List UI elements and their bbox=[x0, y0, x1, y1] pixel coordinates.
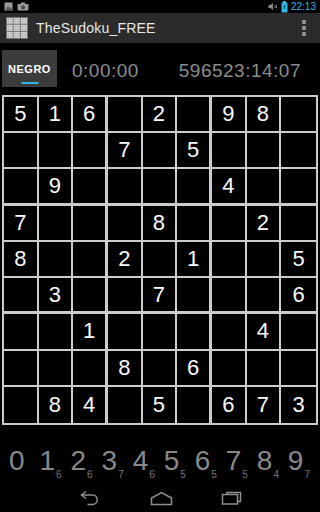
numpad-remaining-count: 5 bbox=[180, 469, 186, 480]
numpad-5[interactable]: 55 bbox=[164, 446, 186, 476]
cell-r7c5[interactable] bbox=[143, 314, 178, 350]
cell-r3c8[interactable] bbox=[247, 169, 282, 205]
cell-r4c6[interactable] bbox=[177, 206, 212, 242]
total-time-counter: 596523:14:07 bbox=[179, 60, 301, 82]
cell-r5c2[interactable] bbox=[39, 242, 74, 278]
tab-active-underline bbox=[21, 82, 38, 84]
overflow-menu-icon[interactable] bbox=[298, 16, 310, 40]
navigation-bar bbox=[0, 484, 320, 512]
cell-r5c1[interactable]: 8 bbox=[4, 242, 39, 278]
cell-r2c5[interactable] bbox=[143, 133, 178, 169]
numpad-digit: 0 bbox=[9, 446, 25, 476]
numpad-digit: 5 bbox=[164, 446, 180, 476]
cell-r2c2[interactable] bbox=[39, 133, 74, 169]
numpad-6[interactable]: 65 bbox=[195, 446, 217, 476]
camera-icon bbox=[17, 2, 29, 11]
photo-icon bbox=[4, 2, 13, 11]
cell-r1c5[interactable]: 2 bbox=[143, 97, 178, 133]
cell-r7c7[interactable] bbox=[212, 314, 247, 350]
cell-r6c8[interactable] bbox=[247, 278, 282, 314]
cell-r7c2[interactable] bbox=[39, 314, 74, 350]
cell-r9c7[interactable]: 6 bbox=[212, 387, 247, 423]
cell-r9c8[interactable]: 7 bbox=[247, 387, 282, 423]
numpad-remaining-count: 4 bbox=[273, 469, 279, 480]
number-pad: 0162637465565758497 bbox=[0, 438, 320, 484]
numpad-digit: 8 bbox=[257, 446, 273, 476]
cell-r8c2[interactable] bbox=[39, 351, 74, 387]
cell-r2c8[interactable] bbox=[247, 133, 282, 169]
cell-r6c2[interactable]: 3 bbox=[39, 278, 74, 314]
cell-r5c9[interactable]: 5 bbox=[281, 242, 316, 278]
cell-r3c2[interactable]: 9 bbox=[39, 169, 74, 205]
cell-r7c1[interactable] bbox=[4, 314, 39, 350]
numpad-9[interactable]: 97 bbox=[288, 446, 310, 476]
numpad-digit: 4 bbox=[133, 446, 149, 476]
numpad-8[interactable]: 84 bbox=[257, 446, 279, 476]
numpad-2[interactable]: 26 bbox=[71, 446, 93, 476]
elapsed-timer: 0:00:00 bbox=[72, 60, 139, 82]
numpad-remaining-count: 5 bbox=[211, 469, 217, 480]
numpad-digit: 3 bbox=[102, 446, 118, 476]
tab-label: NEGRO bbox=[8, 63, 51, 75]
cell-r4c4[interactable] bbox=[108, 206, 143, 242]
cell-r7c4[interactable] bbox=[108, 314, 143, 350]
numpad-remaining-count: 5 bbox=[242, 469, 248, 480]
cell-r6c6[interactable] bbox=[177, 278, 212, 314]
cell-r6c3[interactable] bbox=[73, 278, 108, 314]
cell-r4c8[interactable]: 2 bbox=[247, 206, 282, 242]
cell-r7c3[interactable]: 1 bbox=[73, 314, 108, 350]
numpad-1[interactable]: 16 bbox=[39, 446, 61, 476]
cell-r2c1[interactable] bbox=[4, 133, 39, 169]
cell-r4c9[interactable] bbox=[281, 206, 316, 242]
numpad-remaining-count: 7 bbox=[118, 469, 124, 480]
home-button[interactable] bbox=[150, 491, 173, 506]
cell-r2c6[interactable]: 5 bbox=[177, 133, 212, 169]
cell-r6c7[interactable] bbox=[212, 278, 247, 314]
cell-r1c6[interactable] bbox=[177, 97, 212, 133]
numpad-digit: 9 bbox=[288, 446, 304, 476]
cell-r8c3[interactable] bbox=[73, 351, 108, 387]
numpad-digit: 7 bbox=[226, 446, 242, 476]
mute-icon bbox=[268, 2, 278, 11]
cell-r5c7[interactable] bbox=[212, 242, 247, 278]
cell-r9c4[interactable] bbox=[108, 387, 143, 423]
cell-r5c8[interactable] bbox=[247, 242, 282, 278]
numpad-digit: 6 bbox=[195, 446, 211, 476]
battery-icon bbox=[281, 1, 288, 13]
system-status-area: 22:13 bbox=[268, 0, 316, 13]
page-title: TheSudoku_FREE bbox=[36, 20, 156, 36]
numpad-4[interactable]: 46 bbox=[133, 446, 155, 476]
cell-r7c8[interactable]: 4 bbox=[247, 314, 282, 350]
cell-r2c7[interactable] bbox=[212, 133, 247, 169]
numpad-digit: 2 bbox=[71, 446, 87, 476]
cell-r9c1[interactable] bbox=[4, 387, 39, 423]
cell-r9c6[interactable] bbox=[177, 387, 212, 423]
cell-r9c2[interactable]: 8 bbox=[39, 387, 74, 423]
numpad-0[interactable]: 0 bbox=[9, 446, 31, 476]
numpad-3[interactable]: 37 bbox=[102, 446, 124, 476]
cell-r3c7[interactable]: 4 bbox=[212, 169, 247, 205]
cell-r3c4[interactable] bbox=[108, 169, 143, 205]
back-button[interactable] bbox=[78, 490, 102, 507]
cell-r8c7[interactable] bbox=[212, 351, 247, 387]
cell-r1c3[interactable]: 6 bbox=[73, 97, 108, 133]
cell-r1c8[interactable]: 8 bbox=[247, 97, 282, 133]
cell-r2c3[interactable] bbox=[73, 133, 108, 169]
cell-r1c9[interactable] bbox=[281, 97, 316, 133]
tab-row: NEGRO 0:00:00 596523:14:07 bbox=[0, 48, 320, 93]
cell-r3c3[interactable] bbox=[73, 169, 108, 205]
cell-r6c9[interactable]: 6 bbox=[281, 278, 316, 314]
cell-r3c5[interactable] bbox=[143, 169, 178, 205]
cell-r1c2[interactable]: 1 bbox=[39, 97, 74, 133]
cell-r6c1[interactable] bbox=[4, 278, 39, 314]
cell-r5c6[interactable]: 1 bbox=[177, 242, 212, 278]
cell-r1c7[interactable]: 9 bbox=[212, 97, 247, 133]
cell-r4c2[interactable] bbox=[39, 206, 74, 242]
sudoku-board: 516298759478282153761486845673 bbox=[2, 95, 318, 425]
cell-r7c6[interactable] bbox=[177, 314, 212, 350]
numpad-remaining-count: 6 bbox=[56, 469, 62, 480]
cell-r4c7[interactable] bbox=[212, 206, 247, 242]
cell-r6c4[interactable] bbox=[108, 278, 143, 314]
cell-r5c4[interactable]: 2 bbox=[108, 242, 143, 278]
title-bar: TheSudoku_FREE bbox=[0, 13, 320, 43]
cell-r8c4[interactable]: 8 bbox=[108, 351, 143, 387]
cell-r7c9[interactable] bbox=[281, 314, 316, 350]
cell-r8c8[interactable] bbox=[247, 351, 282, 387]
cell-r5c5[interactable] bbox=[143, 242, 178, 278]
recents-button[interactable] bbox=[221, 491, 242, 506]
cell-r8c9[interactable] bbox=[281, 351, 316, 387]
cell-r8c1[interactable] bbox=[4, 351, 39, 387]
clock: 22:13 bbox=[291, 0, 316, 13]
cell-r9c3[interactable]: 4 bbox=[73, 387, 108, 423]
cell-r3c9[interactable] bbox=[281, 169, 316, 205]
notification-area bbox=[4, 2, 29, 11]
numpad-remaining-count: 6 bbox=[149, 469, 155, 480]
cell-r8c5[interactable] bbox=[143, 351, 178, 387]
cell-r4c5[interactable]: 8 bbox=[143, 206, 178, 242]
cell-r4c1[interactable]: 7 bbox=[4, 206, 39, 242]
tab-negro[interactable]: NEGRO bbox=[2, 50, 57, 87]
app-icon bbox=[6, 17, 28, 39]
numpad-digit: 1 bbox=[39, 446, 55, 476]
cell-r6c5[interactable]: 7 bbox=[143, 278, 178, 314]
cell-r4c3[interactable] bbox=[73, 206, 108, 242]
cell-r8c6[interactable]: 6 bbox=[177, 351, 212, 387]
cell-r1c4[interactable] bbox=[108, 97, 143, 133]
cell-r5c3[interactable] bbox=[73, 242, 108, 278]
cell-r1c1[interactable]: 5 bbox=[4, 97, 39, 133]
cell-r9c5[interactable]: 5 bbox=[143, 387, 178, 423]
cell-r2c4[interactable]: 7 bbox=[108, 133, 143, 169]
numpad-remaining-count: 6 bbox=[87, 469, 93, 480]
cell-r9c9[interactable]: 3 bbox=[281, 387, 316, 423]
numpad-7[interactable]: 75 bbox=[226, 446, 248, 476]
cell-r3c6[interactable] bbox=[177, 169, 212, 205]
numpad-remaining-count: 7 bbox=[304, 469, 310, 480]
cell-r2c9[interactable] bbox=[281, 133, 316, 169]
status-bar: 22:13 bbox=[0, 0, 320, 13]
cell-r3c1[interactable] bbox=[4, 169, 39, 205]
